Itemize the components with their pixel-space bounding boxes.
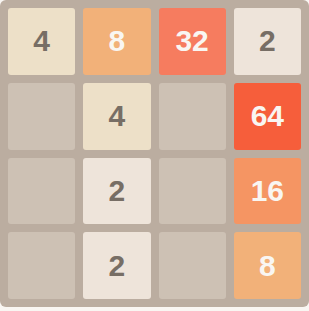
tile-r3c1: 2 xyxy=(83,232,150,299)
tile-r1c0 xyxy=(8,83,75,150)
tile-r2c3: 16 xyxy=(234,158,301,225)
tile-r0c2: 32 xyxy=(159,8,226,75)
tile-r3c3: 8 xyxy=(234,232,301,299)
tile-r0c1: 8 xyxy=(83,8,150,75)
tile-r3c0 xyxy=(8,232,75,299)
tile-r0c3: 2 xyxy=(234,8,301,75)
board-2048[interactable]: 4 8 32 2 4 64 2 16 2 8 xyxy=(0,0,309,307)
tile-r1c1: 4 xyxy=(83,83,150,150)
tile-r2c0 xyxy=(8,158,75,225)
tile-r3c2 xyxy=(159,232,226,299)
tile-r0c0: 4 xyxy=(8,8,75,75)
tile-r1c2 xyxy=(159,83,226,150)
tile-r2c2 xyxy=(159,158,226,225)
tile-r1c3: 64 xyxy=(234,83,301,150)
tile-r2c1: 2 xyxy=(83,158,150,225)
